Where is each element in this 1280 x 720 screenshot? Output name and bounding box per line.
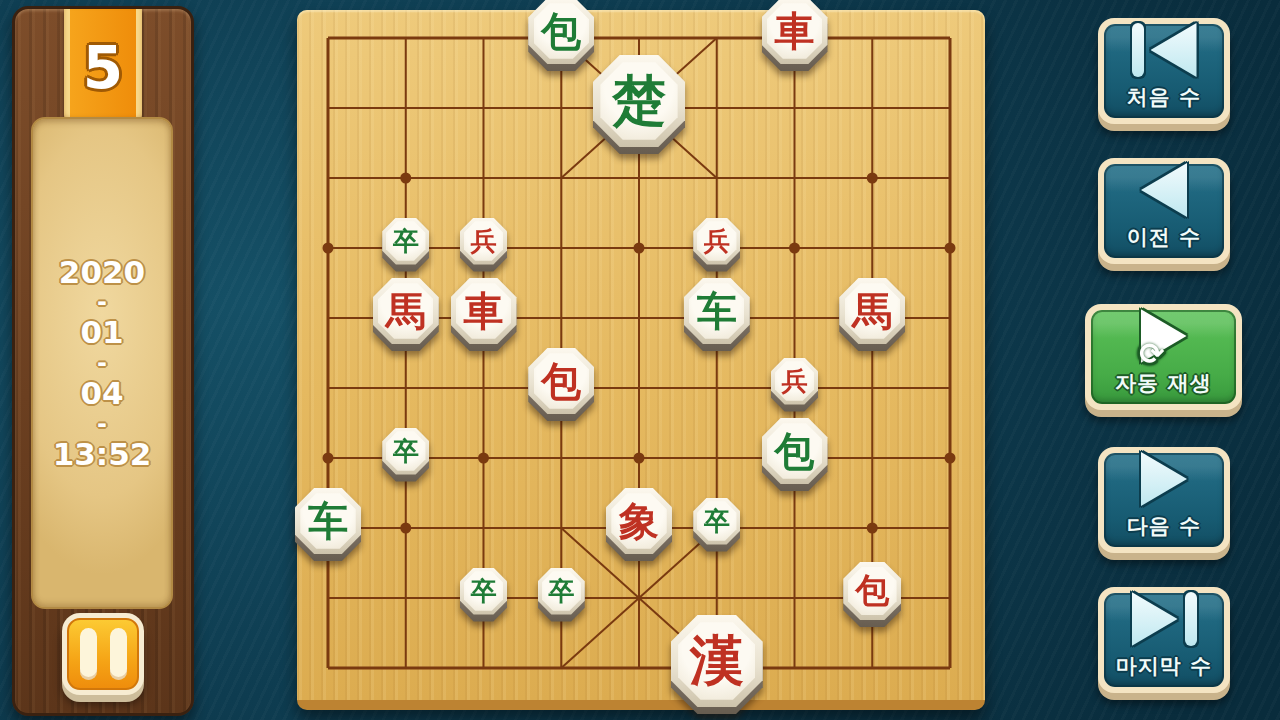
previous-move-button[interactable]: 이전 수 — [1098, 158, 1230, 264]
piece-han-elephant: 象 — [606, 488, 672, 554]
piece-cho-chariot: 车 — [684, 278, 750, 344]
last-move-label: 마지막 수 — [1116, 652, 1212, 680]
piece-cho-cannon: 包 — [528, 0, 594, 64]
game-date-panel: 2020 - 01 - 04 - 13:52 — [31, 117, 173, 609]
step-back-icon — [1141, 163, 1187, 217]
janggi-board: 包車楚卒兵兵馬車车馬包兵卒包车象卒卒卒包漢 — [297, 10, 985, 710]
date-dash: - — [97, 290, 107, 314]
skip-to-start-icon — [1132, 23, 1197, 77]
first-move-label: 처음 수 — [1127, 83, 1201, 111]
skip-to-end-icon — [1132, 592, 1197, 646]
last-move-button[interactable]: 마지막 수 — [1098, 587, 1230, 693]
step-forward-icon — [1141, 452, 1187, 506]
previous-move-label: 이전 수 — [1127, 223, 1201, 251]
date-dash: - — [97, 351, 107, 375]
move-counter-ribbon: 5 — [64, 9, 142, 121]
piece-cho-soldier: 卒 — [538, 568, 585, 615]
date-month: 01 — [80, 314, 123, 351]
next-move-label: 다음 수 — [1127, 512, 1201, 540]
play-loop-icon: ⟳ — [1141, 309, 1187, 363]
piece-han-chariot: 車 — [451, 278, 517, 344]
move-number: 5 — [83, 39, 123, 97]
piece-han-cannon: 包 — [528, 348, 594, 414]
replay-info-panel: 5 2020 - 01 - 04 - 13:52 — [12, 6, 194, 716]
piece-han-soldier: 兵 — [460, 218, 507, 265]
pause-button[interactable] — [62, 613, 144, 695]
piece-han-general: 漢 — [671, 615, 763, 707]
piece-cho-soldier: 卒 — [382, 218, 429, 265]
date-year: 2020 — [59, 254, 145, 291]
piece-cho-soldier: 卒 — [693, 498, 740, 545]
piece-cho-cannon: 包 — [762, 418, 828, 484]
piece-han-soldier: 兵 — [771, 358, 818, 405]
auto-play-button[interactable]: ⟳ 자동 재생 — [1085, 304, 1242, 410]
auto-play-label: 자동 재생 — [1115, 369, 1211, 397]
date-dash: - — [97, 412, 107, 436]
date-day: 04 — [80, 375, 123, 412]
pause-icon — [67, 618, 139, 690]
piece-cho-soldier: 卒 — [382, 428, 429, 475]
piece-cho-soldier: 卒 — [460, 568, 507, 615]
next-move-button[interactable]: 다음 수 — [1098, 447, 1230, 553]
piece-han-chariot: 車 — [762, 0, 828, 64]
piece-han-horse: 馬 — [839, 278, 905, 344]
janggi-replay-screen: 5 2020 - 01 - 04 - 13:52 包車楚卒兵兵馬車车馬包兵卒包车… — [0, 0, 1280, 720]
piece-cho-chariot: 车 — [295, 488, 361, 554]
piece-han-horse: 馬 — [373, 278, 439, 344]
first-move-button[interactable]: 처음 수 — [1098, 18, 1230, 124]
date-time: 13:52 — [53, 436, 152, 473]
piece-han-soldier: 兵 — [693, 218, 740, 265]
piece-cho-general: 楚 — [593, 55, 685, 147]
loop-arrows-icon: ⟳ — [1139, 339, 1164, 369]
piece-han-cannon: 包 — [843, 562, 901, 620]
